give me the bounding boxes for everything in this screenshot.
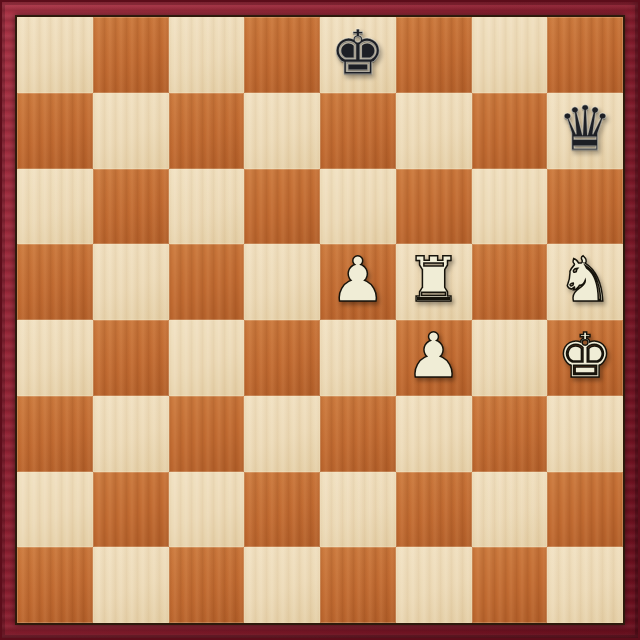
square-d4[interactable]: [244, 320, 320, 396]
square-e7[interactable]: [320, 93, 396, 169]
square-a2[interactable]: [17, 472, 93, 548]
square-e4[interactable]: [320, 320, 396, 396]
square-c7[interactable]: [169, 93, 245, 169]
square-e6[interactable]: [320, 169, 396, 245]
white-knight[interactable]: ♞: [547, 244, 623, 320]
black-queen[interactable]: ♛: [547, 93, 623, 169]
square-g6[interactable]: [472, 169, 548, 245]
square-f2[interactable]: [396, 472, 472, 548]
square-b3[interactable]: [93, 396, 169, 472]
square-g3[interactable]: [472, 396, 548, 472]
square-b8[interactable]: [93, 17, 169, 93]
square-d1[interactable]: [244, 547, 320, 623]
square-a8[interactable]: [17, 17, 93, 93]
square-a1[interactable]: [17, 547, 93, 623]
square-b4[interactable]: [93, 320, 169, 396]
square-b7[interactable]: [93, 93, 169, 169]
square-e2[interactable]: [320, 472, 396, 548]
square-e1[interactable]: [320, 547, 396, 623]
square-d5[interactable]: [244, 244, 320, 320]
square-f1[interactable]: [396, 547, 472, 623]
square-a5[interactable]: [17, 244, 93, 320]
square-d7[interactable]: [244, 93, 320, 169]
square-a7[interactable]: [17, 93, 93, 169]
square-d3[interactable]: [244, 396, 320, 472]
square-f6[interactable]: [396, 169, 472, 245]
square-g5[interactable]: [472, 244, 548, 320]
square-h5[interactable]: ♞: [547, 244, 623, 320]
square-a3[interactable]: [17, 396, 93, 472]
black-king[interactable]: ♚: [320, 17, 396, 93]
square-c6[interactable]: [169, 169, 245, 245]
square-f4[interactable]: ♟: [396, 320, 472, 396]
square-e3[interactable]: [320, 396, 396, 472]
square-h6[interactable]: [547, 169, 623, 245]
square-c5[interactable]: [169, 244, 245, 320]
square-h1[interactable]: [547, 547, 623, 623]
square-f3[interactable]: [396, 396, 472, 472]
square-d6[interactable]: [244, 169, 320, 245]
square-h7[interactable]: ♛: [547, 93, 623, 169]
square-h4[interactable]: ♚: [547, 320, 623, 396]
square-f5[interactable]: ♜: [396, 244, 472, 320]
square-e5[interactable]: ♟: [320, 244, 396, 320]
square-g8[interactable]: [472, 17, 548, 93]
square-e8[interactable]: ♚: [320, 17, 396, 93]
square-b1[interactable]: [93, 547, 169, 623]
square-h2[interactable]: [547, 472, 623, 548]
square-c8[interactable]: [169, 17, 245, 93]
square-c2[interactable]: [169, 472, 245, 548]
board-frame: ♚♛♟♜♞♟♚: [0, 0, 640, 640]
square-h8[interactable]: [547, 17, 623, 93]
white-pawn[interactable]: ♟: [320, 244, 396, 320]
white-pawn[interactable]: ♟: [396, 320, 472, 396]
white-rook[interactable]: ♜: [396, 244, 472, 320]
white-king[interactable]: ♚: [547, 320, 623, 396]
square-d2[interactable]: [244, 472, 320, 548]
square-a6[interactable]: [17, 169, 93, 245]
square-c1[interactable]: [169, 547, 245, 623]
square-b2[interactable]: [93, 472, 169, 548]
square-b5[interactable]: [93, 244, 169, 320]
square-c3[interactable]: [169, 396, 245, 472]
square-d8[interactable]: [244, 17, 320, 93]
square-f7[interactable]: [396, 93, 472, 169]
square-c4[interactable]: [169, 320, 245, 396]
square-g7[interactable]: [472, 93, 548, 169]
square-g2[interactable]: [472, 472, 548, 548]
square-h3[interactable]: [547, 396, 623, 472]
square-a4[interactable]: [17, 320, 93, 396]
board: ♚♛♟♜♞♟♚: [15, 15, 625, 625]
square-b6[interactable]: [93, 169, 169, 245]
square-f8[interactable]: [396, 17, 472, 93]
square-g1[interactable]: [472, 547, 548, 623]
square-g4[interactable]: [472, 320, 548, 396]
